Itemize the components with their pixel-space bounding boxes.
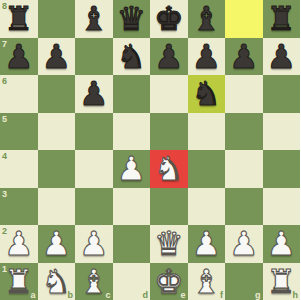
square-g6[interactable] [225, 75, 263, 113]
white-pawn-icon[interactable]: ♟ [38, 225, 76, 263]
square-b6[interactable] [38, 75, 76, 113]
black-pawn-icon[interactable]: ♟ [150, 38, 188, 76]
black-knight-icon[interactable]: ♞ [113, 38, 151, 76]
square-d7[interactable]: ♞ [113, 38, 151, 76]
black-bishop-icon[interactable]: ♝ [75, 0, 113, 38]
black-rook-icon[interactable]: ♜ [0, 0, 38, 38]
black-pawn-icon[interactable]: ♟ [0, 38, 38, 76]
square-e4[interactable]: ♞ [150, 150, 188, 188]
white-pawn-icon[interactable]: ♟ [188, 225, 226, 263]
black-pawn-icon[interactable]: ♟ [188, 38, 226, 76]
square-a3[interactable]: 3 [0, 188, 38, 226]
square-a7[interactable]: 7♟ [0, 38, 38, 76]
chess-board: 8♜♝♛♚♝♜7♟♟♞♟♟♟♟6♟♞54♟♞32♟♟♟♛♟♟♟1a♜b♞c♝de… [0, 0, 300, 300]
square-b2[interactable]: ♟ [38, 225, 76, 263]
square-a6[interactable]: 6 [0, 75, 38, 113]
file-label-g: g [255, 290, 261, 300]
black-pawn-icon[interactable]: ♟ [38, 38, 76, 76]
rank-label-3: 3 [2, 189, 7, 199]
square-g7[interactable]: ♟ [225, 38, 263, 76]
square-c4[interactable] [75, 150, 113, 188]
black-king-icon[interactable]: ♚ [150, 0, 188, 38]
square-c3[interactable] [75, 188, 113, 226]
square-h7[interactable]: ♟ [263, 38, 301, 76]
square-g5[interactable] [225, 113, 263, 151]
square-f4[interactable] [188, 150, 226, 188]
square-e2[interactable]: ♛ [150, 225, 188, 263]
square-h1[interactable]: h♜ [263, 263, 301, 300]
black-bishop-icon[interactable]: ♝ [188, 0, 226, 38]
square-c2[interactable]: ♟ [75, 225, 113, 263]
square-g1[interactable]: g [225, 263, 263, 300]
white-pawn-icon[interactable]: ♟ [113, 150, 151, 188]
rank-label-4: 4 [2, 151, 7, 161]
square-d4[interactable]: ♟ [113, 150, 151, 188]
file-label-d: d [143, 290, 149, 300]
square-d1[interactable]: d [113, 263, 151, 300]
white-rook-icon[interactable]: ♜ [0, 263, 38, 300]
square-f6[interactable]: ♞ [188, 75, 226, 113]
square-c7[interactable] [75, 38, 113, 76]
square-f8[interactable]: ♝ [188, 0, 226, 38]
white-king-icon[interactable]: ♚ [150, 263, 188, 300]
black-queen-icon[interactable]: ♛ [113, 0, 151, 38]
white-pawn-icon[interactable]: ♟ [263, 225, 301, 263]
square-d2[interactable] [113, 225, 151, 263]
rank-label-5: 5 [2, 114, 7, 124]
square-d8[interactable]: ♛ [113, 0, 151, 38]
square-b5[interactable] [38, 113, 76, 151]
square-c5[interactable] [75, 113, 113, 151]
square-b7[interactable]: ♟ [38, 38, 76, 76]
square-c1[interactable]: c♝ [75, 263, 113, 300]
rank-label-6: 6 [2, 76, 7, 86]
square-a2[interactable]: 2♟ [0, 225, 38, 263]
white-pawn-icon[interactable]: ♟ [75, 225, 113, 263]
white-knight-icon[interactable]: ♞ [38, 263, 76, 300]
square-h6[interactable] [263, 75, 301, 113]
square-e6[interactable] [150, 75, 188, 113]
square-h3[interactable] [263, 188, 301, 226]
square-d6[interactable] [113, 75, 151, 113]
square-e5[interactable] [150, 113, 188, 151]
square-g4[interactable] [225, 150, 263, 188]
white-knight-icon[interactable]: ♞ [150, 150, 188, 188]
square-h5[interactable] [263, 113, 301, 151]
square-b1[interactable]: b♞ [38, 263, 76, 300]
square-h8[interactable]: ♜ [263, 0, 301, 38]
black-pawn-icon[interactable]: ♟ [263, 38, 301, 76]
square-f7[interactable]: ♟ [188, 38, 226, 76]
square-e7[interactable]: ♟ [150, 38, 188, 76]
square-g3[interactable] [225, 188, 263, 226]
black-pawn-icon[interactable]: ♟ [225, 38, 263, 76]
square-e8[interactable]: ♚ [150, 0, 188, 38]
square-e3[interactable] [150, 188, 188, 226]
white-rook-icon[interactable]: ♜ [263, 263, 301, 300]
white-queen-icon[interactable]: ♛ [150, 225, 188, 263]
square-a4[interactable]: 4 [0, 150, 38, 188]
black-rook-icon[interactable]: ♜ [263, 0, 301, 38]
black-pawn-icon[interactable]: ♟ [75, 75, 113, 113]
square-f1[interactable]: f♝ [188, 263, 226, 300]
square-b4[interactable] [38, 150, 76, 188]
square-g8[interactable] [225, 0, 263, 38]
white-pawn-icon[interactable]: ♟ [0, 225, 38, 263]
square-f5[interactable] [188, 113, 226, 151]
square-h2[interactable]: ♟ [263, 225, 301, 263]
square-g2[interactable]: ♟ [225, 225, 263, 263]
square-a1[interactable]: 1a♜ [0, 263, 38, 300]
square-c8[interactable]: ♝ [75, 0, 113, 38]
square-b3[interactable] [38, 188, 76, 226]
black-knight-icon[interactable]: ♞ [188, 75, 226, 113]
square-f2[interactable]: ♟ [188, 225, 226, 263]
square-b8[interactable] [38, 0, 76, 38]
white-bishop-icon[interactable]: ♝ [188, 263, 226, 300]
square-d5[interactable] [113, 113, 151, 151]
square-h4[interactable] [263, 150, 301, 188]
white-pawn-icon[interactable]: ♟ [225, 225, 263, 263]
square-a8[interactable]: 8♜ [0, 0, 38, 38]
square-c6[interactable]: ♟ [75, 75, 113, 113]
square-a5[interactable]: 5 [0, 113, 38, 151]
square-f3[interactable] [188, 188, 226, 226]
square-d3[interactable] [113, 188, 151, 226]
square-e1[interactable]: e♚ [150, 263, 188, 300]
white-bishop-icon[interactable]: ♝ [75, 263, 113, 300]
